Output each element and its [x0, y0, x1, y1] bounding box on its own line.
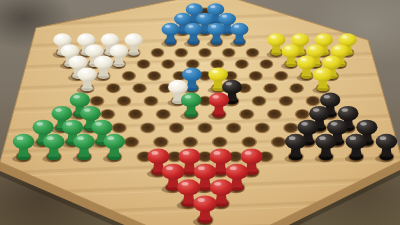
hole-bore: [125, 138, 138, 147]
hole-bore: [176, 49, 187, 57]
hole-bore: [285, 123, 298, 132]
hole-bore: [264, 84, 276, 92]
hole-bore: [256, 123, 269, 132]
carpet-background: [0, 0, 400, 225]
hole-bore: [145, 97, 157, 106]
hole-bore: [101, 110, 113, 119]
hole-bore: [123, 72, 135, 80]
hole-bore: [199, 49, 210, 57]
hole-bore: [91, 97, 103, 106]
hole-bore: [223, 49, 234, 57]
hole-bore: [118, 97, 130, 106]
hole-bore: [187, 60, 198, 68]
hole-bore: [280, 97, 292, 106]
hole-bore: [134, 84, 146, 92]
hole-bore: [141, 123, 154, 132]
hole-bore: [199, 123, 212, 132]
hole-bore: [261, 60, 272, 68]
hole-bore: [307, 97, 319, 106]
hole-bore: [138, 60, 149, 68]
hole-bore: [213, 138, 226, 147]
hole-bore: [148, 72, 160, 80]
hole-bore: [250, 72, 262, 80]
hole-bore: [240, 110, 252, 119]
hole-bore: [243, 138, 256, 147]
hole-bore: [184, 138, 197, 147]
hole-bore: [227, 123, 240, 132]
hole-bore: [154, 138, 167, 147]
hole-bore: [113, 123, 126, 132]
hole-bore: [272, 138, 285, 147]
hole-bore: [152, 49, 163, 57]
hole-bore: [268, 110, 280, 119]
hole-bore: [212, 60, 223, 68]
hole-bore: [296, 110, 308, 119]
chinese-checkers-board: [0, 0, 400, 225]
hole-bore: [162, 60, 173, 68]
hole-bore: [107, 84, 119, 92]
hole-bore: [291, 84, 303, 92]
hole-bore: [236, 60, 247, 68]
hole-bore: [129, 110, 141, 119]
hole-bore: [157, 110, 169, 119]
hole-bore: [247, 49, 258, 57]
hole-bore: [170, 123, 183, 132]
hole-bore: [253, 97, 265, 106]
hole-bore: [275, 72, 287, 80]
